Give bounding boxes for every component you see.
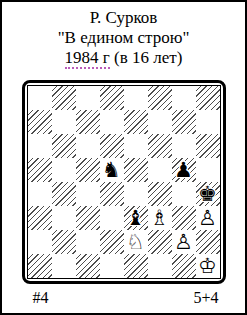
black-pawn-g5: ♟ (174, 158, 193, 182)
square-a3 (28, 206, 52, 230)
white-pawn-h3: ♙ (198, 206, 217, 230)
year-underlined: 1984 г (65, 48, 110, 69)
square-f6 (148, 134, 172, 158)
square-d8 (100, 86, 124, 110)
square-d1 (100, 254, 124, 278)
square-h7 (196, 110, 220, 134)
square-a4 (28, 182, 52, 206)
white-pawn-g2: ♙ (174, 230, 193, 254)
header: Р. Сурков "В едином строю" 1984 г (в 16 … (2, 8, 245, 68)
square-e8 (124, 86, 148, 110)
square-f4 (148, 182, 172, 206)
square-g1 (172, 254, 196, 278)
square-h2 (196, 230, 220, 254)
square-h3: ♙ (196, 206, 220, 230)
square-a5 (28, 158, 52, 182)
square-f5 (148, 158, 172, 182)
chess-board: ♞♟♚♝♗♙♘♙♔ (27, 85, 221, 279)
square-e6 (124, 134, 148, 158)
square-d3 (100, 206, 124, 230)
square-b8 (52, 86, 76, 110)
square-a1 (28, 254, 52, 278)
square-b5 (52, 158, 76, 182)
square-g8 (172, 86, 196, 110)
square-c5 (76, 158, 100, 182)
square-d2 (100, 230, 124, 254)
square-h8 (196, 86, 220, 110)
year-rest: (в 16 лет) (110, 48, 183, 67)
square-h6 (196, 134, 220, 158)
author-name: Р. Сурков (2, 8, 245, 28)
square-d5: ♞ (100, 158, 124, 182)
black-king-h4: ♚ (198, 182, 217, 206)
white-knight-e2: ♘ (126, 230, 145, 254)
square-f8 (148, 86, 172, 110)
square-e7 (124, 110, 148, 134)
square-a6 (28, 134, 52, 158)
square-b2 (52, 230, 76, 254)
square-b7 (52, 110, 76, 134)
square-g3 (172, 206, 196, 230)
square-e2: ♘ (124, 230, 148, 254)
material-count: 5+4 (193, 289, 218, 307)
square-c8 (76, 86, 100, 110)
square-d7 (100, 110, 124, 134)
square-c2 (76, 230, 100, 254)
square-c6 (76, 134, 100, 158)
square-g4 (172, 182, 196, 206)
problem-card: Р. Сурков "В едином строю" 1984 г (в 16 … (0, 0, 247, 315)
square-a7 (28, 110, 52, 134)
square-c7 (76, 110, 100, 134)
problem-title: "В едином строю" (2, 28, 245, 48)
year-line: 1984 г (в 16 лет) (2, 48, 245, 68)
square-d4 (100, 182, 124, 206)
square-e1 (124, 254, 148, 278)
square-a8 (28, 86, 52, 110)
chess-board-frame: ♞♟♚♝♗♙♘♙♔ (22, 80, 226, 284)
square-c4 (76, 182, 100, 206)
square-f2 (148, 230, 172, 254)
white-king-h1: ♔ (198, 254, 217, 278)
square-e5 (124, 158, 148, 182)
square-e3: ♝ (124, 206, 148, 230)
square-g7 (172, 110, 196, 134)
square-h5 (196, 158, 220, 182)
square-g5: ♟ (172, 158, 196, 182)
square-g6 (172, 134, 196, 158)
square-d6 (100, 134, 124, 158)
square-g2: ♙ (172, 230, 196, 254)
square-h1: ♔ (196, 254, 220, 278)
square-f3: ♗ (148, 206, 172, 230)
footer: #4 5+4 (22, 289, 226, 307)
square-c3 (76, 206, 100, 230)
black-bishop-e3: ♝ (126, 206, 145, 230)
square-f7 (148, 110, 172, 134)
square-e4 (124, 182, 148, 206)
square-b3 (52, 206, 76, 230)
black-knight-d5: ♞ (102, 158, 121, 182)
square-a2 (28, 230, 52, 254)
square-h4: ♚ (196, 182, 220, 206)
stipulation: #4 (33, 289, 49, 307)
square-b4 (52, 182, 76, 206)
square-b1 (52, 254, 76, 278)
square-c1 (76, 254, 100, 278)
square-b6 (52, 134, 76, 158)
square-f1 (148, 254, 172, 278)
white-bishop-f3: ♗ (150, 206, 169, 230)
